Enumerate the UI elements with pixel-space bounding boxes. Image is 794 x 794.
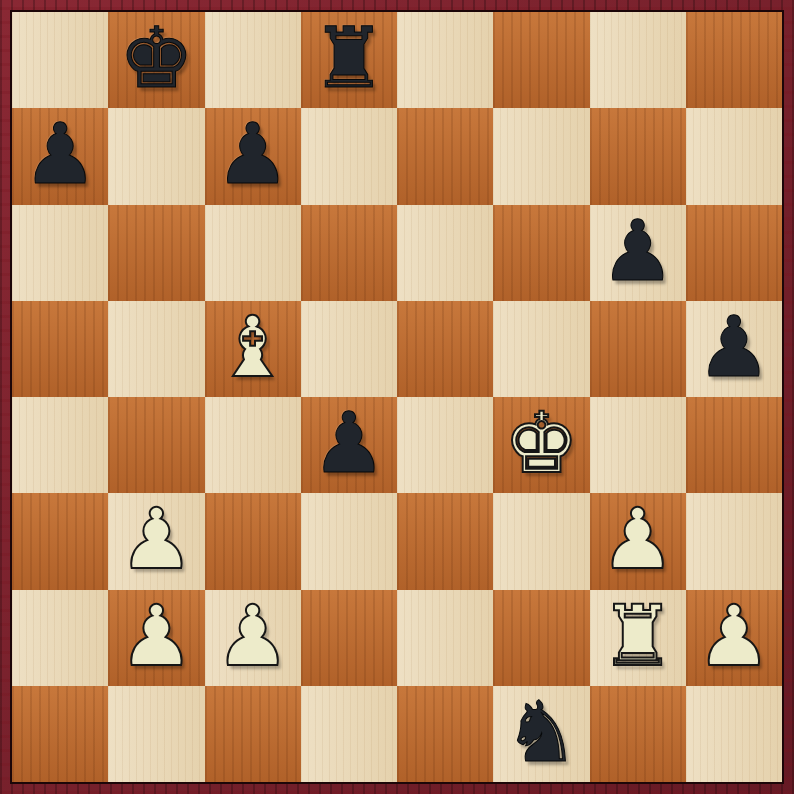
square-b1[interactable] [108,686,204,782]
square-d2[interactable] [301,590,397,686]
square-f1[interactable]: ♞ [493,686,589,782]
board-frame: ♚♜♟♟♟♝♟♟♚♟♟♟♟♜♟♞ [0,0,794,794]
white-pawn[interactable]: ♟ [696,594,771,678]
square-h7[interactable] [686,108,782,204]
square-g5[interactable] [590,301,686,397]
black-pawn[interactable]: ♟ [600,209,675,293]
square-h8[interactable] [686,12,782,108]
square-d4[interactable]: ♟ [301,397,397,493]
square-e4[interactable] [397,397,493,493]
square-h1[interactable] [686,686,782,782]
square-f3[interactable] [493,493,589,589]
square-e1[interactable] [397,686,493,782]
white-king[interactable]: ♚ [504,401,579,485]
square-b6[interactable] [108,205,204,301]
square-b5[interactable] [108,301,204,397]
black-rook[interactable]: ♜ [311,16,386,100]
square-c4[interactable] [205,397,301,493]
square-h4[interactable] [686,397,782,493]
square-d6[interactable] [301,205,397,301]
square-e3[interactable] [397,493,493,589]
square-h2[interactable]: ♟ [686,590,782,686]
square-a3[interactable] [12,493,108,589]
square-g3[interactable]: ♟ [590,493,686,589]
square-b4[interactable] [108,397,204,493]
square-e5[interactable] [397,301,493,397]
square-a2[interactable] [12,590,108,686]
black-pawn[interactable]: ♟ [215,112,290,196]
square-c1[interactable] [205,686,301,782]
square-b7[interactable] [108,108,204,204]
square-f6[interactable] [493,205,589,301]
square-f4[interactable]: ♚ [493,397,589,493]
black-knight[interactable]: ♞ [504,690,579,774]
square-f8[interactable] [493,12,589,108]
black-king[interactable]: ♚ [119,16,194,100]
square-c2[interactable]: ♟ [205,590,301,686]
square-c7[interactable]: ♟ [205,108,301,204]
square-h6[interactable] [686,205,782,301]
square-a7[interactable]: ♟ [12,108,108,204]
square-g4[interactable] [590,397,686,493]
black-pawn[interactable]: ♟ [696,305,771,389]
square-f2[interactable] [493,590,589,686]
square-a6[interactable] [12,205,108,301]
square-h3[interactable] [686,493,782,589]
square-c6[interactable] [205,205,301,301]
square-b3[interactable]: ♟ [108,493,204,589]
square-c5[interactable]: ♝ [205,301,301,397]
square-c3[interactable] [205,493,301,589]
square-d1[interactable] [301,686,397,782]
square-g8[interactable] [590,12,686,108]
white-rook[interactable]: ♜ [600,594,675,678]
square-e7[interactable] [397,108,493,204]
white-bishop[interactable]: ♝ [215,305,290,389]
square-a5[interactable] [12,301,108,397]
square-c8[interactable] [205,12,301,108]
square-a8[interactable] [12,12,108,108]
square-f5[interactable] [493,301,589,397]
square-b8[interactable]: ♚ [108,12,204,108]
square-h5[interactable]: ♟ [686,301,782,397]
square-d8[interactable]: ♜ [301,12,397,108]
white-pawn[interactable]: ♟ [119,594,194,678]
square-g6[interactable]: ♟ [590,205,686,301]
square-g1[interactable] [590,686,686,782]
square-d7[interactable] [301,108,397,204]
square-f7[interactable] [493,108,589,204]
square-d5[interactable] [301,301,397,397]
black-pawn[interactable]: ♟ [311,401,386,485]
square-a1[interactable] [12,686,108,782]
square-g2[interactable]: ♜ [590,590,686,686]
square-d3[interactable] [301,493,397,589]
white-pawn[interactable]: ♟ [119,497,194,581]
white-pawn[interactable]: ♟ [600,497,675,581]
square-g7[interactable] [590,108,686,204]
black-pawn[interactable]: ♟ [22,112,97,196]
square-b2[interactable]: ♟ [108,590,204,686]
chess-board: ♚♜♟♟♟♝♟♟♚♟♟♟♟♜♟♞ [12,12,782,782]
white-pawn[interactable]: ♟ [215,594,290,678]
square-e8[interactable] [397,12,493,108]
square-a4[interactable] [12,397,108,493]
square-e6[interactable] [397,205,493,301]
square-e2[interactable] [397,590,493,686]
